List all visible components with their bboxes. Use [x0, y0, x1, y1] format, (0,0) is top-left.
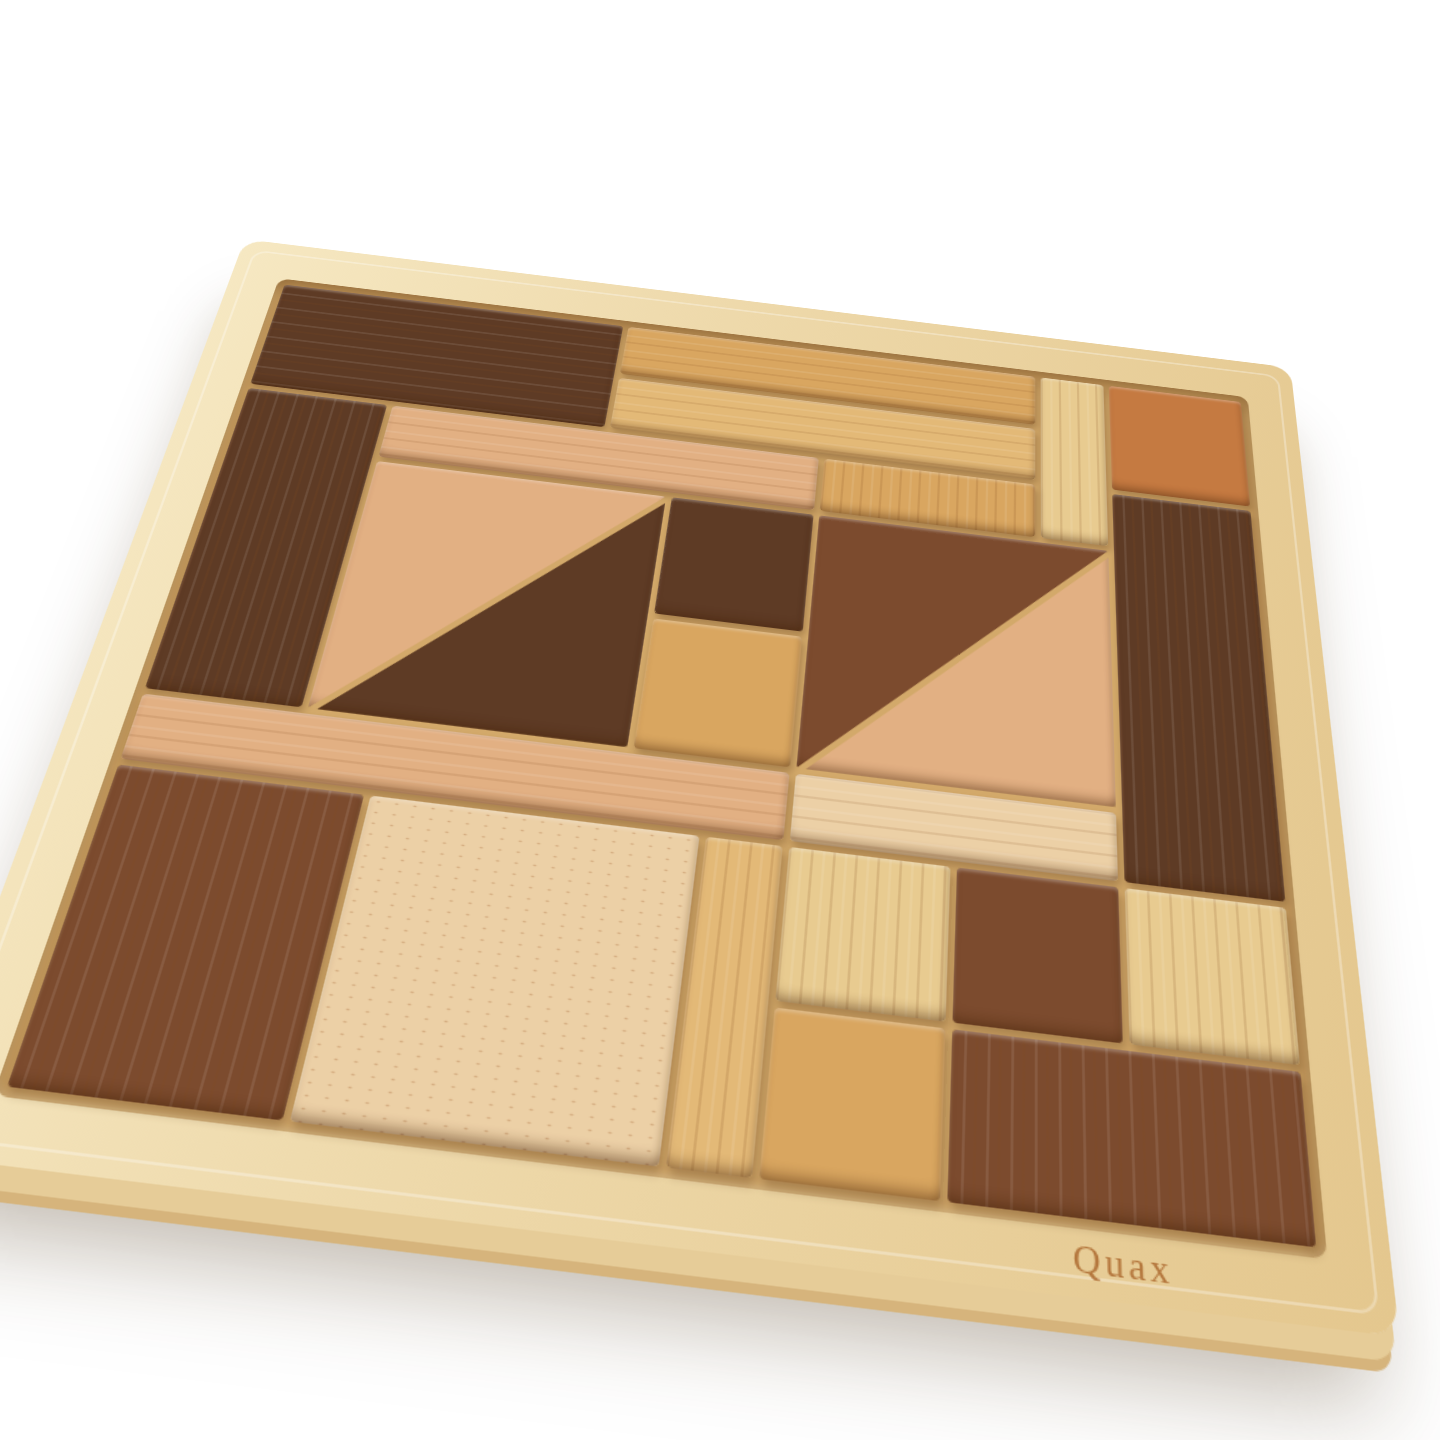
block-walnut-big-square[interactable] [947, 1029, 1316, 1248]
block-beech-big-square[interactable] [289, 796, 699, 1167]
block-oak-square-low[interactable] [759, 1007, 945, 1201]
scene: Quax [0, 239, 1400, 1337]
block-cherry-square[interactable] [1109, 386, 1250, 506]
block-ash-stick[interactable] [1040, 378, 1108, 547]
block-ash-square-right[interactable] [1125, 888, 1300, 1064]
block-walnut-square-mid[interactable] [953, 868, 1123, 1043]
brand-label: Quax [1072, 1236, 1174, 1295]
block-walnut-right-long[interactable] [1112, 494, 1285, 902]
block-walnut-square-center[interactable] [654, 497, 813, 632]
block-oak-square-center[interactable] [634, 619, 803, 767]
tray-recess [0, 278, 1327, 1259]
block-ash-square-low[interactable] [775, 847, 950, 1021]
puzzle-tray: Quax [0, 239, 1400, 1337]
board [7, 285, 1316, 1248]
